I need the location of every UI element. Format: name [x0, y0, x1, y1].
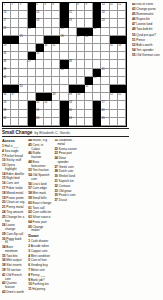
grid-cell[interactable]	[11, 44, 19, 52]
grid-cell[interactable]: 18	[36, 19, 44, 27]
clue-item: 11 Ha'penny	[28, 288, 51, 292]
grid-cell[interactable]: 27	[77, 36, 85, 44]
clue-item: 25 Change for a five	[2, 216, 25, 223]
black-square	[28, 101, 36, 109]
clue-item: 13 Opera highlight	[2, 164, 25, 171]
cell-number: 37	[28, 60, 31, 63]
grid-cell[interactable]	[110, 28, 118, 36]
grid-cell[interactable]: 52	[118, 93, 126, 101]
cell-number: 38	[69, 60, 72, 63]
grid-cell[interactable]: 43	[93, 77, 101, 85]
grid-cell[interactable]	[28, 36, 36, 44]
clue-text: Euro forerunner	[31, 160, 45, 168]
grid-cell[interactable]	[69, 77, 77, 85]
grid-cell[interactable]: 47	[11, 93, 19, 101]
grid-cell[interactable]: 32	[110, 44, 118, 52]
cell-number: 50	[77, 93, 80, 96]
grid-cell[interactable]	[110, 118, 118, 126]
cell-number: 52	[118, 93, 121, 96]
grid-cell[interactable]	[93, 60, 101, 68]
grid-cell[interactable]	[11, 11, 19, 19]
grid-cell[interactable]	[85, 52, 93, 60]
clue-text: Dutch coin	[59, 169, 74, 173]
grid-cell[interactable]	[93, 52, 101, 60]
cell-number: 20	[102, 19, 105, 22]
grid-cell[interactable]	[77, 69, 85, 77]
grid-cell[interactable]	[77, 101, 85, 109]
cell-number: 65	[102, 117, 105, 120]
grid-cell[interactable]: 9	[85, 3, 93, 11]
grid-cell[interactable]	[52, 77, 60, 85]
grid-cell[interactable]: 48	[52, 93, 60, 101]
clue-text: Praise poem	[6, 196, 23, 200]
cell-number: 41	[102, 68, 105, 71]
grid-cell[interactable]	[118, 11, 126, 19]
black-square	[60, 110, 68, 118]
clue-text: Doubloon metal	[57, 139, 72, 146]
grid-cell[interactable]	[101, 85, 109, 93]
clue-text: Till section	[6, 268, 21, 272]
grid-cell[interactable]	[85, 69, 93, 77]
grid-cell[interactable]	[11, 110, 19, 118]
grid-cell[interactable]	[36, 69, 44, 77]
clue-text: Kopeck kin	[59, 179, 74, 183]
grid-cell[interactable]	[110, 77, 118, 85]
grid-cell[interactable]	[85, 44, 93, 52]
grid-cell[interactable]	[101, 52, 109, 60]
cell-number: 30	[44, 44, 47, 47]
clue-text: Bare minimum	[5, 245, 18, 253]
cell-number: 43	[94, 76, 97, 79]
clue-text: Copper coin	[31, 249, 48, 253]
cell-number: 14	[36, 11, 39, 14]
clue-text: Lira's land	[33, 182, 47, 186]
grid-cell[interactable]	[69, 69, 77, 77]
clue-text: Quarter feature	[5, 281, 17, 289]
cell-number: 53	[3, 101, 6, 104]
grid-cell[interactable]: 19	[69, 19, 77, 27]
cell-number: 15	[69, 11, 72, 14]
grid-cell[interactable]	[60, 52, 68, 60]
black-square	[28, 11, 36, 19]
cell-number: 27	[77, 35, 80, 38]
grid-cell[interactable]	[85, 110, 93, 118]
cell-number: 23	[61, 27, 64, 30]
grid-cell[interactable]	[52, 11, 60, 19]
grid-cell[interactable]	[52, 60, 60, 68]
clue-text: Centavo	[59, 184, 71, 188]
clue-text: Change purse	[136, 7, 155, 11]
clue-item: 46 Ruble fraction	[28, 152, 51, 159]
cell-number: 6	[53, 3, 54, 6]
grid-cell[interactable]: 33	[118, 44, 126, 52]
clue-item: 43 Dime's worth	[2, 291, 25, 295]
clue-text: Ha'penny	[32, 287, 45, 291]
grid-cell[interactable]	[101, 28, 109, 36]
grid-cell[interactable]	[93, 85, 101, 93]
grid-cell[interactable]	[52, 28, 60, 36]
grid-cell[interactable]	[85, 93, 93, 101]
grid-cell[interactable]	[19, 101, 27, 109]
cell-number: 16	[102, 11, 105, 14]
clue-text: Poker stake	[6, 186, 22, 190]
grid-cell[interactable]	[69, 44, 77, 52]
grid-cell[interactable]	[11, 69, 19, 77]
clue-text: Bob's worth	[136, 43, 152, 47]
black-square	[28, 3, 36, 11]
cell-number: 22	[28, 27, 31, 30]
clue-text: Coin collector	[33, 210, 52, 214]
grid-cell[interactable]	[44, 28, 52, 36]
crossword-page: 1234567891011121314151617181920212223242…	[0, 0, 163, 300]
cell-number: 25	[20, 35, 23, 38]
grid-cell[interactable]	[52, 52, 60, 60]
grid-cell[interactable]	[110, 69, 118, 77]
sidebar-clue-column: 40 Roll of coins43 Change purse45 Numism…	[132, 3, 162, 297]
clue-text: Peso part	[59, 151, 72, 155]
clue-text: Loose change	[5, 223, 15, 231]
grid-cell[interactable]	[110, 52, 118, 60]
black-square	[60, 118, 68, 126]
clue-item: 24 Dinar spender	[54, 157, 77, 164]
cell-number: 31	[53, 44, 56, 47]
clue-text: Opera highlight	[5, 163, 17, 171]
cell-number: 2	[12, 3, 13, 6]
cell-number: 13	[3, 11, 6, 14]
clue-text: Loonie land	[136, 22, 152, 26]
grid-cell[interactable]	[118, 19, 126, 27]
grid-cell[interactable]: 37	[28, 60, 36, 68]
clue-text: Numismatist	[136, 12, 153, 16]
grid-cell[interactable]	[19, 19, 27, 27]
grid-cell[interactable]	[19, 118, 27, 126]
grid-cell[interactable]	[11, 28, 19, 36]
cell-number: 18	[36, 19, 39, 22]
grid-cell[interactable]: 21	[3, 28, 11, 36]
clue-text: Change maker	[31, 225, 43, 233]
cell-number: 12	[118, 3, 121, 6]
clue-text: Sticky stuff	[6, 158, 21, 162]
clue-item: 65 Change maker	[28, 226, 51, 233]
cell-number: 3	[20, 3, 21, 6]
clue-text: Penny ___	[31, 273, 46, 277]
grid-cell[interactable]	[77, 110, 85, 118]
clue-text: Mined metal	[6, 191, 23, 195]
clue-text: Tiny amount	[6, 210, 23, 214]
clue-text: Yen fraction	[33, 168, 49, 172]
cell-number: 60	[69, 109, 72, 112]
grid-cell[interactable]	[110, 60, 118, 68]
grid-cell[interactable]	[60, 85, 68, 93]
clue-item: 55 Old German coin	[132, 54, 162, 58]
clue-text: Cent, in Calais	[31, 143, 43, 151]
clue-text: Two-bob bit	[136, 27, 152, 31]
grid-cell[interactable]	[19, 60, 27, 68]
grid-cell[interactable]	[118, 69, 126, 77]
cell-number: 64	[69, 117, 72, 120]
grid-cell[interactable]	[77, 19, 85, 27]
clue-text: Vending buy	[31, 263, 48, 267]
grid-cell[interactable]: 8	[77, 3, 85, 11]
grid-cell[interactable]	[118, 60, 126, 68]
grid-cell[interactable]	[101, 77, 109, 85]
clue-text: Meter unit	[31, 268, 45, 272]
clue-text: Two bits	[6, 254, 17, 258]
grid-cell[interactable]	[85, 101, 93, 109]
grid-cell[interactable]	[28, 77, 36, 85]
grid-cell[interactable]	[85, 19, 93, 27]
grid-cell[interactable]	[19, 93, 27, 101]
black-square	[11, 36, 19, 44]
clue-item: 41 Old French coin	[2, 274, 25, 281]
cell-number: 51	[110, 93, 113, 96]
grid-cell[interactable]: 20	[101, 19, 109, 27]
cell-number: 42	[3, 76, 6, 79]
grid-cell[interactable]	[28, 85, 36, 93]
grid-cell[interactable]	[44, 19, 52, 27]
cell-number: 19	[69, 19, 72, 22]
clue-text: Old groat	[59, 189, 72, 193]
clue-text: Quid pro quo?	[136, 33, 156, 37]
grid-cell[interactable]	[44, 77, 52, 85]
puzzle-title: Small Change	[2, 130, 32, 135]
grid-cell[interactable]: 24	[93, 28, 101, 36]
cell-number: 36	[3, 60, 6, 63]
grid-cell[interactable]: 30	[44, 44, 52, 52]
grid-cell[interactable]	[85, 11, 93, 19]
grid-cell[interactable]	[52, 110, 60, 118]
grid-cell[interactable]: 50	[77, 93, 85, 101]
clue-text: Penny metal	[6, 205, 23, 209]
clue-text: Krona cousin	[59, 147, 77, 151]
grid-cell[interactable]	[19, 110, 27, 118]
grid-cell[interactable]: 45	[85, 85, 93, 93]
grid-cell[interactable]: 5	[44, 3, 52, 11]
grid-cell[interactable]	[69, 28, 77, 36]
grid-cell[interactable]	[110, 19, 118, 27]
clue-text: Cash drawer	[31, 239, 49, 243]
grid-cell[interactable]	[77, 118, 85, 126]
grid-cell[interactable]	[19, 11, 27, 19]
grid-cell[interactable]: 22	[28, 28, 36, 36]
cell-number: 32	[110, 44, 113, 47]
cell-number: 44	[20, 85, 23, 88]
crossword-grid: 1234567891011121314151617181920212223242…	[3, 3, 126, 126]
clue-text: Pirate's coin	[59, 193, 76, 197]
grid-cell[interactable]: 41	[101, 69, 109, 77]
clue-text: Ruble fraction	[31, 151, 41, 159]
cell-number: 33	[118, 44, 121, 47]
grid-cell[interactable]	[28, 44, 36, 52]
grid-cell[interactable]	[44, 85, 52, 93]
clue-text: Coin edge	[33, 186, 47, 190]
cell-number: 54	[36, 101, 39, 104]
grid-cell[interactable]	[118, 52, 126, 60]
clue-text: Clean-air org.	[6, 200, 25, 204]
clue-text: Pocket bread	[5, 154, 23, 158]
clue-text: Corn unit	[6, 181, 19, 185]
cell-number: 10	[102, 3, 105, 6]
grid-cell[interactable]	[19, 69, 27, 77]
cell-number: 59	[36, 109, 39, 112]
grid-cell[interactable]: 25	[19, 36, 27, 44]
clue-text: Ducat	[59, 198, 67, 202]
cell-number: 29	[3, 44, 6, 47]
clue-text: Silver source	[33, 215, 51, 219]
clue-text: Shekel land	[59, 174, 75, 178]
grid-cell[interactable]	[60, 93, 68, 101]
grid-cell[interactable]: 26	[60, 36, 68, 44]
grid-cell[interactable]	[118, 101, 126, 109]
black-square	[60, 101, 68, 109]
grid-cell[interactable]	[77, 44, 85, 52]
black-square	[60, 11, 68, 19]
black-square	[93, 11, 101, 19]
grid-cell[interactable]	[69, 36, 77, 44]
clue-text: Coin of Iran	[31, 258, 47, 262]
grid-cell[interactable]: 65	[101, 118, 109, 126]
grid-cell[interactable]	[110, 110, 118, 118]
clue-item: 30 Piggy bank fill	[2, 238, 25, 245]
clue-text: Greek coin	[59, 165, 74, 169]
grid-cell[interactable]	[52, 101, 60, 109]
clue-text: Franc part	[33, 220, 47, 224]
grid-cell[interactable]	[44, 11, 52, 19]
clue-item: 42 Quarter feature	[2, 282, 25, 289]
grid-cell[interactable]	[36, 36, 44, 44]
grid-cell[interactable]	[44, 118, 52, 126]
grid-cell[interactable]	[52, 69, 60, 77]
cell-number: 26	[61, 35, 64, 38]
grid-cell[interactable]	[19, 44, 27, 52]
grid-cell[interactable]: 42	[3, 77, 11, 85]
title-band: Small Change by Elizabeth C. Gorski	[2, 128, 129, 137]
cell-number: 9	[85, 3, 86, 6]
cell-number: 8	[77, 3, 78, 6]
grid-cell[interactable]: 40	[60, 69, 68, 77]
grid-cell[interactable]	[85, 118, 93, 126]
black-square	[93, 110, 101, 118]
grid-cell[interactable]: 31	[52, 44, 60, 52]
grid-cell[interactable]	[52, 118, 60, 126]
grid-cell[interactable]: 44	[19, 85, 27, 93]
clue-item: 37 Ducat	[54, 199, 77, 203]
clue-text: Eden dweller	[6, 172, 24, 176]
grid-cell[interactable]	[110, 101, 118, 109]
cell-number: 57	[102, 101, 105, 104]
grid-cell[interactable]	[11, 60, 19, 68]
grid-cell[interactable]	[44, 110, 52, 118]
grid-cell[interactable]	[118, 28, 126, 36]
grid-cell[interactable]: 6	[52, 3, 60, 11]
clue-text: Slot inserts	[6, 263, 21, 267]
grid-cell[interactable]	[44, 60, 52, 68]
grid-cell[interactable]	[77, 52, 85, 60]
clue-columns: Across1 Hail a ___4 Sea eagle7 Pocket br…	[2, 139, 130, 298]
grid-cell[interactable]	[44, 52, 52, 60]
clue-text: Farthing kin	[33, 282, 49, 286]
grid-cell[interactable]	[118, 118, 126, 126]
grid-cell[interactable]	[11, 52, 19, 60]
grid-cell[interactable]: 2	[11, 3, 19, 11]
grid-cell[interactable]	[11, 19, 19, 27]
grid-cell[interactable]	[19, 52, 27, 60]
grid-cell[interactable]	[36, 77, 44, 85]
clue-text: Change for a five	[5, 215, 24, 223]
grid-cell[interactable]: 11	[110, 3, 118, 11]
clue-item: 12 Doubloon metal	[54, 139, 77, 146]
grid-cell[interactable]	[28, 93, 36, 101]
puzzle-byline: by Elizabeth C. Gorski	[34, 131, 70, 135]
black-square	[93, 101, 101, 109]
grid-cell[interactable]	[11, 118, 19, 126]
clue-text: Nickel, e.g.	[33, 139, 48, 142]
grid-cell[interactable]	[28, 69, 36, 77]
clue-text: Coin-flip call	[6, 232, 23, 236]
cell-number: 21	[3, 27, 6, 30]
grid-cell[interactable]	[36, 60, 44, 68]
grid-cell[interactable]	[101, 36, 109, 44]
grid-cell[interactable]: 12	[118, 3, 126, 11]
grid-cell[interactable]	[110, 11, 118, 19]
grid-cell[interactable]	[118, 110, 126, 118]
grid-cell[interactable]	[93, 44, 101, 52]
cell-number: 58	[3, 109, 6, 112]
grid-cell[interactable]	[44, 69, 52, 77]
grid-cell[interactable]: 64	[69, 118, 77, 126]
grid-cell[interactable]: 35	[36, 52, 44, 60]
grid-cell[interactable]: 62	[3, 118, 11, 126]
grid-cell[interactable]: 28	[85, 36, 93, 44]
cell-number: 47	[12, 93, 15, 96]
grid-cell[interactable]	[77, 77, 85, 85]
grid-cell[interactable]	[77, 11, 85, 19]
clue-item: 54 Old Spanish coin	[28, 174, 51, 181]
clue-text: Piggy bank fill	[5, 237, 22, 245]
grid-cell[interactable]: 3	[19, 3, 27, 11]
grid-cell[interactable]	[77, 60, 85, 68]
grid-cell[interactable]	[60, 77, 68, 85]
clue-text: Night bird	[6, 176, 19, 180]
grid-cell[interactable]	[36, 28, 44, 36]
cell-number: 45	[85, 85, 88, 88]
grid-cell[interactable]	[93, 36, 101, 44]
grid-cell[interactable]: 38	[69, 60, 77, 68]
cell-number: 49	[69, 93, 72, 96]
clue-text: Mint output	[6, 258, 21, 262]
clue-item: 45 Cent, in Calais	[28, 144, 51, 151]
clue-text: Bank job?	[31, 278, 45, 282]
grid-cell[interactable]	[36, 85, 44, 93]
grid-cell[interactable]: 51	[110, 93, 118, 101]
clue-text: Old German coin	[136, 53, 159, 57]
grid-cell[interactable]: 63	[36, 118, 44, 126]
grid-cell[interactable]	[101, 44, 109, 52]
clue-text: Roll of coins	[136, 3, 153, 6]
grid-cell[interactable]	[11, 101, 19, 109]
grid-cell[interactable]	[52, 19, 60, 27]
grid-cell[interactable]	[118, 77, 126, 85]
cell-number: 61	[102, 109, 105, 112]
cell-number: 35	[36, 52, 39, 55]
grid-cell[interactable]	[93, 93, 101, 101]
grid-cell[interactable]: 55	[44, 101, 52, 109]
clue-text: Small bills	[33, 196, 47, 200]
grid-cell[interactable]	[60, 44, 68, 52]
grid-cell[interactable]	[11, 77, 19, 85]
black-square	[28, 110, 36, 118]
grid-cell[interactable]	[85, 60, 93, 68]
